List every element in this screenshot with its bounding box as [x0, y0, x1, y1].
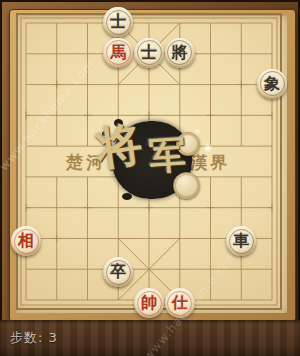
logo-char-jiang: 将 — [93, 120, 145, 172]
piece-red-general[interactable]: 帥 — [134, 288, 164, 318]
piece-character: 相 — [18, 233, 34, 249]
piece-character: 馬 — [110, 45, 126, 61]
piece-character: 車 — [233, 233, 249, 249]
sparkle-effect — [194, 128, 201, 135]
piece-red-advisor[interactable]: 仕 — [165, 288, 195, 318]
piece-character: 卒 — [110, 264, 126, 280]
river-label-right: 漢界 — [190, 151, 230, 174]
piece-character: 仕 — [172, 295, 188, 311]
ink-splatter — [122, 193, 132, 200]
piece-black-elephant[interactable]: 象 — [257, 69, 287, 99]
piece-character: 帥 — [141, 295, 157, 311]
status-bar: 步数: 3 — [0, 320, 300, 356]
piece-character: 象 — [264, 76, 280, 92]
piece-black-advisor[interactable]: 士 — [134, 38, 164, 68]
piece-character: 士 — [110, 14, 126, 30]
logo-char-jun: 军 — [148, 136, 187, 175]
piece-character: 將 — [172, 45, 188, 61]
xiangqi-app-screen: 楚河 漢界 士馬士將象相車卒帥仕 将 军 www.hackhome.com ww… — [0, 0, 300, 356]
piece-red-horse[interactable]: 馬 — [103, 38, 133, 68]
step-counter: 步数: 3 — [10, 329, 58, 347]
jiangjun-ink-logo: 将 军 — [112, 121, 192, 201]
piece-black-general[interactable]: 將 — [165, 38, 195, 68]
piece-character: 士 — [141, 45, 157, 61]
sparkle-effect — [203, 143, 213, 153]
